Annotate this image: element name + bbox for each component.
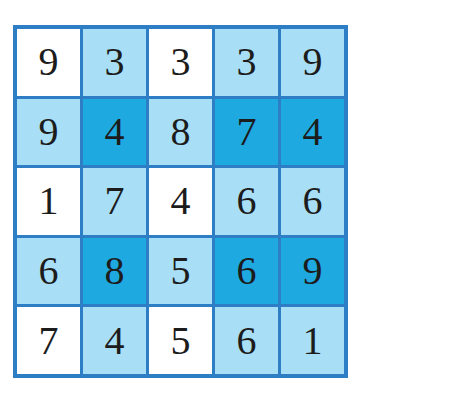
cell-r3c2: 7	[83, 168, 146, 235]
cell-r2c3: 8	[149, 99, 212, 166]
cell-r5c2: 4	[83, 307, 146, 374]
cell-r3c1: 1	[17, 168, 80, 235]
cell-r3c4: 6	[215, 168, 278, 235]
cell-r1c4: 3	[215, 29, 278, 96]
cell-r3c3: 4	[149, 168, 212, 235]
cell-r2c5: 4	[281, 99, 344, 166]
cell-r5c4: 6	[215, 307, 278, 374]
cell-r4c2: 8	[83, 238, 146, 305]
cell-r4c5: 9	[281, 238, 344, 305]
cell-r5c5: 1	[281, 307, 344, 374]
cell-r3c5: 6	[281, 168, 344, 235]
cell-r2c2: 4	[83, 99, 146, 166]
cell-r1c3: 3	[149, 29, 212, 96]
cell-r4c4: 6	[215, 238, 278, 305]
cell-r4c3: 5	[149, 238, 212, 305]
cell-r2c4: 7	[215, 99, 278, 166]
cell-r5c1: 7	[17, 307, 80, 374]
cell-r1c5: 9	[281, 29, 344, 96]
cell-r1c2: 3	[83, 29, 146, 96]
number-grid-board: 9333994874174666856974561	[13, 25, 348, 378]
cell-r1c1: 9	[17, 29, 80, 96]
cell-r4c1: 6	[17, 238, 80, 305]
cell-r5c3: 5	[149, 307, 212, 374]
cell-r2c1: 9	[17, 99, 80, 166]
